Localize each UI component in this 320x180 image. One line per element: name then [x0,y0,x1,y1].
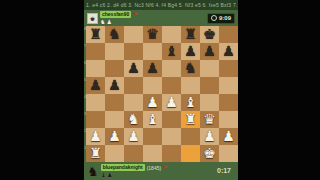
player-rating: (1845) [147,165,161,171]
square-a8[interactable]: ♜ [86,26,105,43]
square-d8[interactable]: ♛ [143,26,162,43]
square-e5[interactable] [162,77,181,94]
square-g8[interactable]: ♚ [200,26,219,43]
rank-labels: 87654321 [84,26,88,162]
rank-label-3: 3 [84,111,88,128]
square-b1[interactable] [105,145,124,162]
piece-white-king: ♚ [203,145,216,162]
square-d1[interactable] [143,145,162,162]
captured-white-knight-icon: ♞ [100,19,105,25]
player-name[interactable]: bluepandaknight [101,164,145,171]
rank-label-1: 1 [84,145,88,162]
piece-black-pawn: ♟ [184,43,197,60]
board-area: 87654321 ♜♞♛♜♚♝♟♟♟♟♟♞♟♟♟♟♝♞♝♜♛♟♟♟♟♟♜♚ [84,26,238,162]
square-a1[interactable]: ♜ [86,145,105,162]
square-b4[interactable] [105,94,124,111]
square-f6[interactable]: ♞ [181,60,200,77]
square-d6[interactable]: ♟ [143,60,162,77]
clock-icon [211,15,217,21]
rank-label-5: 5 [84,77,88,94]
square-g7[interactable]: ♟ [200,43,219,60]
piece-white-pawn: ♟ [222,128,235,145]
piece-white-pawn: ♟ [165,94,178,111]
flag-icon: ⚑ [133,12,137,17]
square-g3[interactable]: ♛ [200,111,219,128]
square-d3[interactable]: ♝ [143,111,162,128]
square-f3[interactable]: ♜ [181,111,200,128]
square-b2[interactable]: ♟ [105,128,124,145]
rank-label-2: 2 [84,128,88,145]
square-e8[interactable] [162,26,181,43]
rank-label-8: 8 [84,26,88,43]
square-b6[interactable] [105,60,124,77]
piece-black-pawn: ♟ [89,77,102,94]
square-e2[interactable] [162,128,181,145]
square-c7[interactable] [124,43,143,60]
piece-white-pawn: ♟ [127,128,140,145]
square-e3[interactable] [162,111,181,128]
square-f1[interactable] [181,145,200,162]
square-b7[interactable] [105,43,124,60]
piece-white-rook: ♜ [89,145,102,162]
opponent-clock-time: 9:09 [219,15,231,22]
captured-black-pawn-icon: ♟ [107,172,112,178]
square-g6[interactable] [200,60,219,77]
player-captured-pieces: ♝♟ [101,172,168,178]
piece-black-knight: ♞ [184,60,197,77]
piece-black-king: ♚ [203,26,216,43]
app-screen: 1. e4 c6 2. d4 d6 3. Nc3 Nf6 4. f4 Bg4 5… [0,0,320,180]
square-g2[interactable]: ♟ [200,128,219,145]
square-e6[interactable] [162,60,181,77]
square-f7[interactable]: ♟ [181,43,200,60]
square-c2[interactable]: ♟ [124,128,143,145]
square-d5[interactable] [143,77,162,94]
opponent-clock: 9:09 [207,13,235,24]
square-h1[interactable] [219,145,238,162]
square-d4[interactable]: ♟ [143,94,162,111]
square-c3[interactable]: ♞ [124,111,143,128]
square-h4[interactable] [219,94,238,111]
opponent-captured-pieces: ♞♟ [100,19,138,25]
piece-white-rook: ♜ [184,111,197,128]
player-avatar-knight-icon[interactable]: ♞ [87,165,99,178]
square-f2[interactable] [181,128,200,145]
square-a6[interactable] [86,60,105,77]
rank-label-4: 4 [84,94,88,111]
square-g1[interactable]: ♚ [200,145,219,162]
piece-white-pawn: ♟ [108,128,121,145]
square-h5[interactable] [219,77,238,94]
opponent-bar: ♚ chessfan90 ⚑ ♞♟ 9:09 [84,10,238,26]
square-a3[interactable] [86,111,105,128]
piece-black-bishop: ♝ [165,43,178,60]
square-f4[interactable]: ♝ [181,94,200,111]
piece-black-queen: ♛ [146,26,159,43]
square-g5[interactable] [200,77,219,94]
square-e4[interactable]: ♟ [162,94,181,111]
piece-black-pawn: ♟ [127,60,140,77]
captured-white-pawn-icon: ♟ [106,19,111,25]
square-e7[interactable]: ♝ [162,43,181,60]
square-h2[interactable]: ♟ [219,128,238,145]
square-d2[interactable] [143,128,162,145]
square-h7[interactable]: ♟ [219,43,238,60]
square-c6[interactable]: ♟ [124,60,143,77]
piece-white-queen: ♛ [203,111,216,128]
piece-white-pawn: ♟ [146,94,159,111]
piece-black-pawn: ♟ [203,43,216,60]
square-b5[interactable]: ♟ [105,77,124,94]
piece-black-pawn: ♟ [108,77,121,94]
board[interactable]: ♜♞♛♜♚♝♟♟♟♟♟♞♟♟♟♟♝♞♝♜♛♟♟♟♟♟♜♚ [86,26,238,162]
piece-white-bishop: ♝ [146,111,159,128]
flag-icon: ⚑ [163,165,167,170]
piece-black-knight: ♞ [108,26,121,43]
square-c4[interactable] [124,94,143,111]
game-panel: 1. e4 c6 2. d4 d6 3. Nc3 Nf6 4. f4 Bg4 5… [84,0,238,180]
piece-black-rook: ♜ [184,26,197,43]
square-d7[interactable] [143,43,162,60]
square-e1[interactable] [162,145,181,162]
square-a2[interactable]: ♟ [86,128,105,145]
square-c5[interactable] [124,77,143,94]
square-a7[interactable] [86,43,105,60]
piece-white-bishop: ♝ [184,94,197,111]
move-list[interactable]: 1. e4 c6 2. d4 d6 3. Nc3 Nf6 4. f4 Bg4 5… [84,0,238,10]
square-h8[interactable] [219,26,238,43]
square-a5[interactable]: ♟ [86,77,105,94]
piece-white-pawn: ♟ [203,128,216,145]
piece-black-rook: ♜ [89,26,102,43]
square-f5[interactable] [181,77,200,94]
square-h3[interactable] [219,111,238,128]
piece-white-pawn: ♟ [89,128,102,145]
piece-black-pawn: ♟ [146,60,159,77]
rank-label-6: 6 [84,60,88,77]
player-bar: ♞ bluepandaknight (1845) ⚑ ♝♟ 0:17 [84,162,238,180]
opponent-name[interactable]: chessfan90 [100,11,131,18]
square-c1[interactable] [124,145,143,162]
square-a4[interactable] [86,94,105,111]
square-c8[interactable] [124,26,143,43]
square-g4[interactable] [200,94,219,111]
square-f8[interactable]: ♜ [181,26,200,43]
captured-black-bishop-icon: ♝ [101,172,106,178]
square-b8[interactable]: ♞ [105,26,124,43]
rank-label-7: 7 [84,43,88,60]
piece-white-knight: ♞ [127,111,140,128]
square-b3[interactable] [105,111,124,128]
opponent-avatar[interactable]: ♚ [87,13,98,24]
player-clock-time: 0:17 [217,167,235,175]
square-h6[interactable] [219,60,238,77]
piece-black-pawn: ♟ [222,43,235,60]
